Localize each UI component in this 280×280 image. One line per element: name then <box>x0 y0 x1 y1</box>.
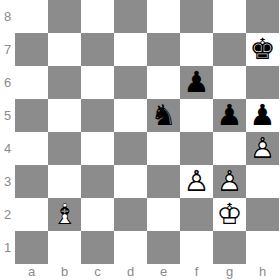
square-d2[interactable] <box>114 198 147 231</box>
square-g6[interactable] <box>213 66 246 99</box>
square-a1[interactable] <box>15 231 48 264</box>
square-g4[interactable] <box>213 132 246 165</box>
square-a5[interactable] <box>15 99 48 132</box>
file-label-f: f <box>180 264 213 280</box>
file-label-g: g <box>213 264 246 280</box>
square-d1[interactable] <box>114 231 147 264</box>
square-b1[interactable] <box>48 231 81 264</box>
square-b8[interactable] <box>48 0 81 33</box>
rank-label-1: 1 <box>0 231 15 264</box>
white-bishop-b2[interactable]: ♗ <box>48 198 81 231</box>
square-g1[interactable] <box>213 231 246 264</box>
square-h5[interactable]: ♟ <box>246 99 279 132</box>
file-label-e: e <box>147 264 180 280</box>
black-pawn-h5[interactable]: ♟ <box>246 99 279 132</box>
file-label-b: b <box>48 264 81 280</box>
rank-label-7: 7 <box>0 33 15 66</box>
square-e5[interactable]: ♞ <box>147 99 180 132</box>
black-pawn-f6[interactable]: ♟ <box>180 66 213 99</box>
rank-label-5: 5 <box>0 99 15 132</box>
square-b4[interactable] <box>48 132 81 165</box>
square-d4[interactable] <box>114 132 147 165</box>
square-h6[interactable] <box>246 66 279 99</box>
chess-diagram: 87654321 ♚♟♞♟♟♟♙♟♙♟♙♝♗♚♔ abcdefgh <box>0 0 280 280</box>
square-b7[interactable] <box>48 33 81 66</box>
square-f6[interactable]: ♟ <box>180 66 213 99</box>
square-f7[interactable] <box>180 33 213 66</box>
square-b6[interactable] <box>48 66 81 99</box>
file-label-h: h <box>246 264 279 280</box>
square-f3[interactable]: ♟♙ <box>180 165 213 198</box>
square-c4[interactable] <box>81 132 114 165</box>
square-e6[interactable] <box>147 66 180 99</box>
rank-label-3: 3 <box>0 165 15 198</box>
black-pawn-g5[interactable]: ♟ <box>213 99 246 132</box>
square-g5[interactable]: ♟ <box>213 99 246 132</box>
square-a8[interactable] <box>15 0 48 33</box>
square-a7[interactable] <box>15 33 48 66</box>
file-label-d: d <box>114 264 147 280</box>
square-c8[interactable] <box>81 0 114 33</box>
square-d5[interactable] <box>114 99 147 132</box>
square-g8[interactable] <box>213 0 246 33</box>
square-c2[interactable] <box>81 198 114 231</box>
square-h1[interactable] <box>246 231 279 264</box>
black-knight-e5[interactable]: ♞ <box>147 99 180 132</box>
white-pawn-f3[interactable]: ♙ <box>180 165 213 198</box>
square-a3[interactable] <box>15 165 48 198</box>
square-b5[interactable] <box>48 99 81 132</box>
rank-label-8: 8 <box>0 0 15 33</box>
square-d8[interactable] <box>114 0 147 33</box>
square-h7[interactable]: ♚ <box>246 33 279 66</box>
square-e8[interactable] <box>147 0 180 33</box>
square-h3[interactable] <box>246 165 279 198</box>
square-f1[interactable] <box>180 231 213 264</box>
square-a2[interactable] <box>15 198 48 231</box>
square-g2[interactable]: ♚♔ <box>213 198 246 231</box>
square-c7[interactable] <box>81 33 114 66</box>
square-c5[interactable] <box>81 99 114 132</box>
square-g7[interactable] <box>213 33 246 66</box>
square-d3[interactable] <box>114 165 147 198</box>
square-d7[interactable] <box>114 33 147 66</box>
square-e4[interactable] <box>147 132 180 165</box>
square-f5[interactable] <box>180 99 213 132</box>
square-h4[interactable]: ♟♙ <box>246 132 279 165</box>
square-a4[interactable] <box>15 132 48 165</box>
rank-labels: 87654321 <box>0 0 15 264</box>
black-king-h7[interactable]: ♚ <box>246 33 279 66</box>
file-label-c: c <box>81 264 114 280</box>
square-e3[interactable] <box>147 165 180 198</box>
square-d6[interactable] <box>114 66 147 99</box>
square-c1[interactable] <box>81 231 114 264</box>
square-c3[interactable] <box>81 165 114 198</box>
square-e7[interactable] <box>147 33 180 66</box>
square-a6[interactable] <box>15 66 48 99</box>
file-label-a: a <box>15 264 48 280</box>
rank-label-4: 4 <box>0 132 15 165</box>
square-b2[interactable]: ♝♗ <box>48 198 81 231</box>
rank-label-6: 6 <box>0 66 15 99</box>
white-pawn-h4[interactable]: ♙ <box>246 132 279 165</box>
square-e1[interactable] <box>147 231 180 264</box>
chess-board: ♚♟♞♟♟♟♙♟♙♟♙♝♗♚♔ <box>15 0 279 264</box>
square-h8[interactable] <box>246 0 279 33</box>
square-f2[interactable] <box>180 198 213 231</box>
square-b3[interactable] <box>48 165 81 198</box>
square-e2[interactable] <box>147 198 180 231</box>
white-king-g2[interactable]: ♔ <box>213 198 246 231</box>
square-h2[interactable] <box>246 198 279 231</box>
square-g3[interactable]: ♟♙ <box>213 165 246 198</box>
file-labels: abcdefgh <box>15 264 279 280</box>
square-f4[interactable] <box>180 132 213 165</box>
square-c6[interactable] <box>81 66 114 99</box>
rank-label-2: 2 <box>0 198 15 231</box>
square-f8[interactable] <box>180 0 213 33</box>
white-pawn-g3[interactable]: ♙ <box>213 165 246 198</box>
